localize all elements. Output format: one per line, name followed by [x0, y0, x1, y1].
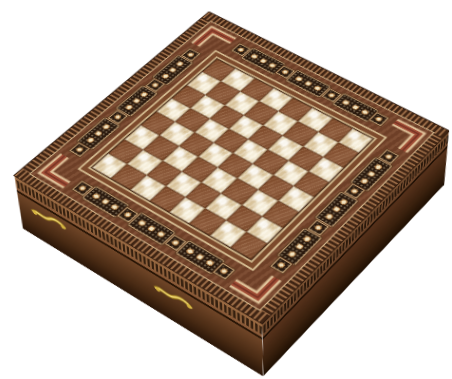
- brass-latch: [152, 280, 194, 316]
- chess-box: [23, 65, 444, 376]
- brass-latch: [29, 203, 69, 235]
- board-lid: [14, 12, 448, 323]
- product-photo: [0, 0, 452, 379]
